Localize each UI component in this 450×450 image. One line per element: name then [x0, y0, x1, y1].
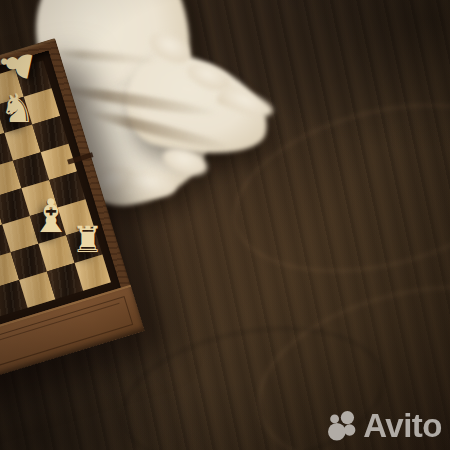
piece-white-pawn-fallen: ♟: [0, 42, 50, 86]
bishop-glyph: ♝: [30, 193, 71, 239]
rook-glyph: ♜: [71, 222, 103, 258]
avito-logo-text: Avito: [363, 409, 442, 442]
pawn-glyph: ♟: [0, 42, 39, 85]
avito-watermark: Avito: [328, 409, 442, 442]
avito-logo-icon: [328, 411, 358, 441]
piece-white-rook: ♜: [66, 227, 102, 263]
knight-glyph: ♞: [0, 88, 35, 128]
piece-white-knight: ♞: [0, 97, 32, 133]
listing-photo: ♞♝♜ ♟ Avito: [0, 0, 450, 450]
piece-white-bishop: ♝: [30, 208, 66, 244]
